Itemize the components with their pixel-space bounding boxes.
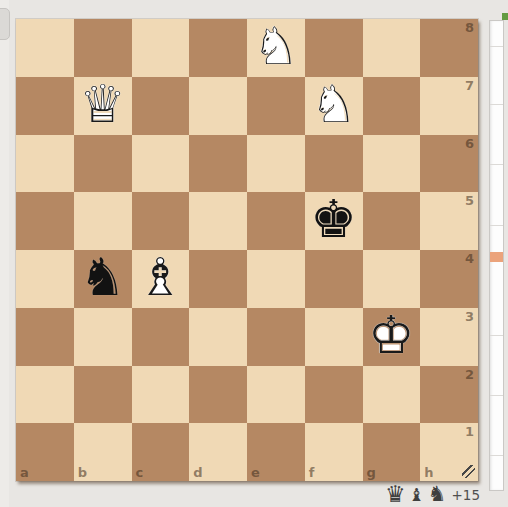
square-a5[interactable] xyxy=(16,192,74,250)
rank-label-8: 8 xyxy=(465,20,474,35)
square-b3[interactable] xyxy=(74,308,132,366)
square-h8[interactable]: 8 xyxy=(420,19,478,77)
black-knight[interactable]: ♞ xyxy=(74,250,132,308)
square-c4[interactable]: ♝♗ xyxy=(132,250,190,308)
square-d3[interactable] xyxy=(189,308,247,366)
captured-bishop-icon: ♝ xyxy=(409,486,425,504)
square-b1[interactable]: b xyxy=(74,423,132,481)
panel-highlight-marker xyxy=(490,252,503,262)
square-h2[interactable]: 2 xyxy=(420,366,478,424)
panel-row-divider xyxy=(490,164,503,165)
square-e4[interactable] xyxy=(247,250,305,308)
top-left-panel-corner xyxy=(0,8,10,40)
green-indicator xyxy=(502,13,508,20)
material-advantage-value: +15 xyxy=(452,487,481,503)
square-c1[interactable]: c xyxy=(132,423,190,481)
captured-knight-icon: ♞ xyxy=(428,484,447,505)
board-grid: ♞♘8♛♕♞♘76♚5♞♝♗4♚♔32abcdefgh1 xyxy=(16,19,478,481)
square-h5[interactable]: 5 xyxy=(420,192,478,250)
square-f2[interactable] xyxy=(305,366,363,424)
panel-row-divider xyxy=(490,335,503,336)
square-f5[interactable]: ♚ xyxy=(305,192,363,250)
panel-row-divider xyxy=(490,104,503,105)
square-f7[interactable]: ♞♘ xyxy=(305,77,363,135)
square-c7[interactable] xyxy=(132,77,190,135)
square-f1[interactable]: f xyxy=(305,423,363,481)
side-panel-edge[interactable] xyxy=(489,20,504,491)
square-a4[interactable] xyxy=(16,250,74,308)
square-f6[interactable] xyxy=(305,135,363,193)
square-e7[interactable] xyxy=(247,77,305,135)
square-f8[interactable] xyxy=(305,19,363,77)
rank-label-5: 5 xyxy=(465,193,474,208)
square-e6[interactable] xyxy=(247,135,305,193)
file-label-a: a xyxy=(20,465,29,480)
rank-label-4: 4 xyxy=(465,251,474,266)
file-label-f: f xyxy=(309,465,315,480)
square-e2[interactable] xyxy=(247,366,305,424)
white-king-glyph: ♔ xyxy=(368,309,415,361)
square-g4[interactable] xyxy=(363,250,421,308)
square-e1[interactable]: e xyxy=(247,423,305,481)
square-g8[interactable] xyxy=(363,19,421,77)
square-b2[interactable] xyxy=(74,366,132,424)
square-g3[interactable]: ♚♔ xyxy=(363,308,421,366)
white-king[interactable]: ♚♔ xyxy=(363,308,421,366)
square-h6[interactable]: 6 xyxy=(420,135,478,193)
rank-label-1: 1 xyxy=(465,424,474,439)
file-label-d: d xyxy=(193,465,202,480)
square-g5[interactable] xyxy=(363,192,421,250)
square-d1[interactable]: d xyxy=(189,423,247,481)
chess-board: ♞♘8♛♕♞♘76♚5♞♝♗4♚♔32abcdefgh1 xyxy=(16,19,478,481)
square-b4[interactable]: ♞ xyxy=(74,250,132,308)
white-bishop-glyph: ♗ xyxy=(137,251,184,303)
square-d5[interactable] xyxy=(189,192,247,250)
file-label-b: b xyxy=(78,465,87,480)
white-knight[interactable]: ♞♘ xyxy=(247,19,305,77)
square-f3[interactable] xyxy=(305,308,363,366)
square-a7[interactable] xyxy=(16,77,74,135)
white-queen[interactable]: ♛♕ xyxy=(74,77,132,135)
square-d7[interactable] xyxy=(189,77,247,135)
square-d2[interactable] xyxy=(189,366,247,424)
square-f4[interactable] xyxy=(305,250,363,308)
black-king-glyph: ♚ xyxy=(310,193,357,245)
square-b5[interactable] xyxy=(74,192,132,250)
square-h7[interactable]: 7 xyxy=(420,77,478,135)
board-resize-handle[interactable] xyxy=(462,465,475,478)
square-g7[interactable] xyxy=(363,77,421,135)
square-c3[interactable] xyxy=(132,308,190,366)
page-background: ♞♘8♛♕♞♘76♚5♞♝♗4♚♔32abcdefgh1 ♛ ♝ ♞ +15 xyxy=(0,0,508,507)
white-knight[interactable]: ♞♘ xyxy=(305,77,363,135)
square-a6[interactable] xyxy=(16,135,74,193)
black-king[interactable]: ♚ xyxy=(305,192,363,250)
square-a3[interactable] xyxy=(16,308,74,366)
square-g6[interactable] xyxy=(363,135,421,193)
panel-row-divider xyxy=(490,46,503,47)
rank-label-3: 3 xyxy=(465,309,474,324)
square-h3[interactable]: 3 xyxy=(420,308,478,366)
captured-queen-icon: ♛ xyxy=(385,483,406,506)
white-queen-glyph: ♕ xyxy=(79,78,126,130)
panel-row-divider xyxy=(490,395,503,396)
material-advantage-bar: ♛ ♝ ♞ +15 xyxy=(385,483,480,506)
left-panel-edge xyxy=(0,0,9,507)
square-d6[interactable] xyxy=(189,135,247,193)
square-e3[interactable] xyxy=(247,308,305,366)
panel-row-divider xyxy=(490,455,503,456)
black-knight-glyph: ♞ xyxy=(79,251,126,303)
square-e8[interactable]: ♞♘ xyxy=(247,19,305,77)
square-a1[interactable]: a xyxy=(16,423,74,481)
square-b7[interactable]: ♛♕ xyxy=(74,77,132,135)
square-b8[interactable] xyxy=(74,19,132,77)
square-c2[interactable] xyxy=(132,366,190,424)
square-d4[interactable] xyxy=(189,250,247,308)
square-g1[interactable]: g xyxy=(363,423,421,481)
square-c6[interactable] xyxy=(132,135,190,193)
white-bishop[interactable]: ♝♗ xyxy=(132,250,190,308)
white-knight-glyph: ♘ xyxy=(310,78,357,130)
rank-label-2: 2 xyxy=(465,367,474,382)
square-h4[interactable]: 4 xyxy=(420,250,478,308)
square-a8[interactable] xyxy=(16,19,74,77)
square-g2[interactable] xyxy=(363,366,421,424)
square-e5[interactable] xyxy=(247,192,305,250)
square-d8[interactable] xyxy=(189,19,247,77)
panel-row-divider xyxy=(490,225,503,226)
file-label-c: c xyxy=(136,465,144,480)
file-label-h: h xyxy=(424,465,433,480)
square-c8[interactable] xyxy=(132,19,190,77)
file-label-e: e xyxy=(251,465,260,480)
rank-label-6: 6 xyxy=(465,136,474,151)
rank-label-7: 7 xyxy=(465,78,474,93)
square-b6[interactable] xyxy=(74,135,132,193)
file-label-g: g xyxy=(367,465,376,480)
square-a2[interactable] xyxy=(16,366,74,424)
square-c5[interactable] xyxy=(132,192,190,250)
white-knight-glyph: ♘ xyxy=(253,20,300,72)
